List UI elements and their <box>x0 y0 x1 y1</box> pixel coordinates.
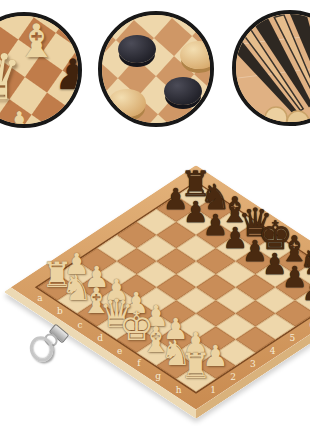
inset-checkers-closeup <box>98 11 214 127</box>
metal-clasp <box>28 326 72 370</box>
checkers-closeup-board <box>98 11 214 127</box>
closeup-dark-pawn-glyph: ♟ <box>54 54 82 96</box>
inset-backgammon-closeup <box>232 10 310 126</box>
backgammon-closeup-scene <box>236 14 310 126</box>
rank-label-2: 2 <box>230 373 236 382</box>
file-label-b: b <box>57 307 63 316</box>
chess-board-grid: ♜♞♝♛♚♝♞♜♟♟♟♟♟♟♟♟♟♟♟♟♟♟♟♟♜♞♝♛♚♝♞♜ <box>35 181 310 394</box>
light-checker-disc <box>108 89 146 117</box>
piece-glyph: ♜ <box>180 349 211 384</box>
closeup-light-pawn-glyph: ♟ <box>6 108 33 128</box>
file-label-c: c <box>77 321 82 330</box>
file-label-a: a <box>37 294 42 303</box>
closeup-light-bishop-glyph: ♝ <box>16 18 57 64</box>
light-backgammon-checker <box>236 104 253 124</box>
rank-label-3: 3 <box>250 360 256 369</box>
rank-label-1: 1 <box>210 386 216 395</box>
file-label-f: f <box>137 360 140 369</box>
file-label-g: g <box>155 372 161 381</box>
board-frame: ♜♞♝♛♚♝♞♜♟♟♟♟♟♟♟♟♟♟♟♟♟♟♟♟♜♞♝♛♚♝♞♜ abcdefg… <box>4 165 310 419</box>
piece-glyph: ♟ <box>302 276 310 305</box>
light-backgammon-checker <box>265 107 287 126</box>
rank-label-5: 5 <box>290 333 296 342</box>
file-label-h: h <box>176 386 182 395</box>
product-photo: ♛ ♝ ♟ ♟ <box>0 0 310 430</box>
inset-chess-closeup: ♛ ♝ ♟ ♟ <box>0 12 82 128</box>
rank-label-4: 4 <box>270 347 276 356</box>
dark-checker-disc <box>164 77 202 105</box>
dark-checker-disc <box>118 35 156 63</box>
light-checker-disc <box>180 41 214 69</box>
rank-label-6: 6 <box>309 320 310 329</box>
light-backgammon-checker <box>287 111 309 126</box>
